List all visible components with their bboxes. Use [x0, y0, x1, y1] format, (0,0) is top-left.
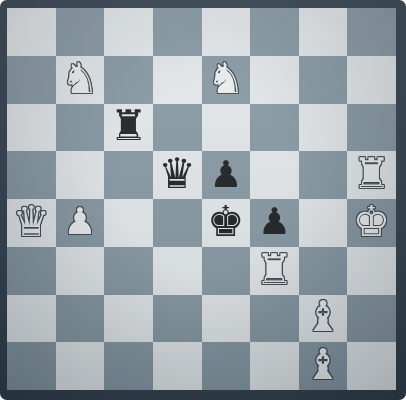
square-f7[interactable] — [250, 56, 299, 104]
square-b6[interactable] — [56, 104, 105, 152]
piece-white-bishop[interactable]: ♝ — [304, 344, 342, 386]
square-a7[interactable] — [7, 56, 56, 104]
square-a4[interactable]: ♛ — [7, 199, 56, 247]
square-g6[interactable] — [299, 104, 348, 152]
piece-black-king[interactable]: ♚ — [207, 201, 245, 243]
square-f4[interactable]: ♟ — [250, 199, 299, 247]
square-d1[interactable] — [153, 342, 202, 390]
square-d6[interactable] — [153, 104, 202, 152]
square-b1[interactable] — [56, 342, 105, 390]
square-e6[interactable] — [202, 104, 251, 152]
square-e3[interactable] — [202, 247, 251, 295]
square-b2[interactable] — [56, 295, 105, 343]
square-h6[interactable] — [347, 104, 396, 152]
piece-black-pawn[interactable]: ♟ — [209, 156, 242, 193]
square-a5[interactable] — [7, 151, 56, 199]
square-g8[interactable] — [299, 8, 348, 56]
square-a2[interactable] — [7, 295, 56, 343]
square-c1[interactable] — [104, 342, 153, 390]
piece-white-queen[interactable]: ♛ — [12, 201, 50, 243]
square-e1[interactable] — [202, 342, 251, 390]
square-d8[interactable] — [153, 8, 202, 56]
square-f2[interactable] — [250, 295, 299, 343]
square-f1[interactable] — [250, 342, 299, 390]
square-g1[interactable]: ♝ — [299, 342, 348, 390]
square-g2[interactable]: ♝ — [299, 295, 348, 343]
piece-white-rook[interactable]: ♜ — [353, 153, 391, 195]
square-a1[interactable] — [7, 342, 56, 390]
square-h2[interactable] — [347, 295, 396, 343]
square-d7[interactable] — [153, 56, 202, 104]
square-b4[interactable]: ♟ — [56, 199, 105, 247]
piece-black-rook[interactable]: ♜ — [110, 105, 148, 147]
square-f3[interactable]: ♜ — [250, 247, 299, 295]
square-g5[interactable] — [299, 151, 348, 199]
piece-black-pawn[interactable]: ♟ — [258, 203, 291, 240]
square-g3[interactable] — [299, 247, 348, 295]
square-c6[interactable]: ♜ — [104, 104, 153, 152]
square-a6[interactable] — [7, 104, 56, 152]
square-c5[interactable] — [104, 151, 153, 199]
square-e4[interactable]: ♚ — [202, 199, 251, 247]
square-e2[interactable] — [202, 295, 251, 343]
square-a8[interactable] — [7, 8, 56, 56]
square-e7[interactable]: ♞ — [202, 56, 251, 104]
chess-board: ♞♞♜♛♟♜♛♟♚♟♚♜♝♝ — [7, 8, 396, 390]
square-b8[interactable] — [56, 8, 105, 56]
square-b7[interactable]: ♞ — [56, 56, 105, 104]
square-d2[interactable] — [153, 295, 202, 343]
square-d4[interactable] — [153, 199, 202, 247]
square-g4[interactable] — [299, 199, 348, 247]
square-c4[interactable] — [104, 199, 153, 247]
square-b3[interactable] — [56, 247, 105, 295]
piece-white-knight[interactable]: ♞ — [207, 58, 245, 100]
square-d3[interactable] — [153, 247, 202, 295]
piece-white-bishop[interactable]: ♝ — [304, 296, 342, 338]
square-d5[interactable]: ♛ — [153, 151, 202, 199]
square-h7[interactable] — [347, 56, 396, 104]
square-c7[interactable] — [104, 56, 153, 104]
square-a3[interactable] — [7, 247, 56, 295]
square-h5[interactable]: ♜ — [347, 151, 396, 199]
square-e8[interactable] — [202, 8, 251, 56]
piece-black-queen[interactable]: ♛ — [158, 153, 196, 195]
square-f8[interactable] — [250, 8, 299, 56]
square-h8[interactable] — [347, 8, 396, 56]
piece-white-rook[interactable]: ♜ — [256, 249, 294, 291]
square-e5[interactable]: ♟ — [202, 151, 251, 199]
square-f6[interactable] — [250, 104, 299, 152]
piece-white-knight[interactable]: ♞ — [61, 58, 99, 100]
square-g7[interactable] — [299, 56, 348, 104]
piece-white-king[interactable]: ♚ — [353, 201, 391, 243]
square-h3[interactable] — [347, 247, 396, 295]
square-c8[interactable] — [104, 8, 153, 56]
chess-app-window: ♞♞♜♛♟♜♛♟♚♟♚♜♝♝ — [0, 0, 406, 400]
square-c2[interactable] — [104, 295, 153, 343]
square-c3[interactable] — [104, 247, 153, 295]
piece-white-pawn[interactable]: ♟ — [63, 203, 96, 240]
square-b5[interactable] — [56, 151, 105, 199]
square-f5[interactable] — [250, 151, 299, 199]
square-h4[interactable]: ♚ — [347, 199, 396, 247]
square-h1[interactable] — [347, 342, 396, 390]
